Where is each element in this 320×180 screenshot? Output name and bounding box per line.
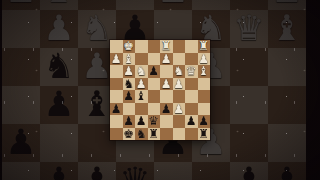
square-a2: ♟ [198,53,211,66]
square-b2 [185,53,198,66]
piece-bR-a8: ♜ [198,128,209,140]
square-a1: ♜ [198,40,211,53]
square-g1: ♚ [123,40,136,53]
piece-wP-d2: ♟ [161,53,172,65]
piece-wP-c4: ♟ [173,78,184,90]
square-a5 [198,90,211,103]
square-b7: ♟ [185,115,198,128]
square-d7 [160,115,173,128]
square-d8 [160,128,173,141]
square-g8: ♚ [123,128,136,141]
square-f7: ♟ [135,115,148,128]
square-b1 [185,40,198,53]
piece-bP-e3: ♟ [148,65,159,77]
square-h5 [110,90,123,103]
square-d1: ♜ [160,40,173,53]
piece-wP-h2: ♟ [111,53,122,65]
square-c6: ♟ [173,103,186,116]
square-f6 [135,103,148,116]
piece-bB-f5: ♝ [136,90,147,102]
piece-bN-f8: ♞ [136,128,147,140]
piece-bN-g4: ♞ [123,78,134,90]
square-c5 [173,90,186,103]
piece-bP-f7: ♟ [136,115,147,127]
square-e3: ♟ [148,65,161,78]
square-h2: ♟ [110,53,123,66]
square-g3: ♟ [123,65,136,78]
square-e4 [148,78,161,91]
piece-bP-g5: ♟ [123,90,134,102]
video-frame: ♚♜♜♟♝♟♟♟♞♟♞♛♝♞♟♟♟♟♝♟♟♟♟♟♛♟♟♚♞♜♜ ♚♜♜♟♝♟♟♟… [0,0,320,180]
square-d4: ♟ [160,78,173,91]
piece-wN-f3: ♞ [136,65,147,77]
square-e8: ♜ [148,128,161,141]
piece-wP-d4: ♟ [161,78,172,90]
square-h8 [110,128,123,141]
square-a4 [198,78,211,91]
square-a3: ♝ [198,65,211,78]
square-b5 [185,90,198,103]
piece-bP-b7: ♟ [186,115,197,127]
piece-wB-a3: ♝ [198,65,209,77]
square-d3 [160,65,173,78]
piece-wP-c6: ♟ [173,103,184,115]
square-f5: ♝ [135,90,148,103]
square-a7: ♟ [198,115,211,128]
square-g6 [123,103,136,116]
square-f3: ♞ [135,65,148,78]
piece-bP-a7: ♟ [198,115,209,127]
square-g2: ♝ [123,53,136,66]
square-a8: ♜ [198,128,211,141]
square-a6 [198,103,211,116]
square-f4: ♟ [135,78,148,91]
square-e2 [148,53,161,66]
square-c1 [173,40,186,53]
square-b3: ♛ [185,65,198,78]
square-c7 [173,115,186,128]
square-f1 [135,40,148,53]
square-g4: ♞ [123,78,136,91]
piece-bR-e8: ♜ [148,128,159,140]
square-b6 [185,103,198,116]
chess-board: ♚♜♜♟♝♟♟♟♞♟♞♛♝♞♟♟♟♟♝♟♟♟♟♟♛♟♟♚♞♜♜ [110,40,210,140]
square-d6: ♟ [160,103,173,116]
square-h1 [110,40,123,53]
square-f2 [135,53,148,66]
square-h4 [110,78,123,91]
piece-bP-d6: ♟ [161,103,172,115]
piece-wB-g2: ♝ [123,53,134,65]
square-h3 [110,65,123,78]
square-b8 [185,128,198,141]
square-b4 [185,78,198,91]
square-f8: ♞ [135,128,148,141]
piece-bQ-e7: ♛ [148,115,159,127]
piece-wN-c3: ♞ [173,65,184,77]
piece-wR-a1: ♜ [198,40,209,52]
piece-bP-h6: ♟ [111,103,122,115]
square-g7: ♟ [123,115,136,128]
square-d5 [160,90,173,103]
piece-wP-f4: ♟ [136,78,147,90]
square-h7 [110,115,123,128]
square-c8 [173,128,186,141]
square-h6: ♟ [110,103,123,116]
piece-wK-g1: ♚ [123,40,134,52]
piece-wR-d1: ♜ [161,40,172,52]
square-e1 [148,40,161,53]
piece-wP-a2: ♟ [198,53,209,65]
piece-wQ-b3: ♛ [186,65,197,77]
piece-bP-g7: ♟ [123,115,134,127]
square-e6 [148,103,161,116]
square-e7: ♛ [148,115,161,128]
square-g5: ♟ [123,90,136,103]
square-c3: ♞ [173,65,186,78]
square-d2: ♟ [160,53,173,66]
piece-wP-g3: ♟ [123,65,134,77]
square-c2 [173,53,186,66]
square-c4: ♟ [173,78,186,91]
piece-bK-g8: ♚ [123,128,134,140]
square-e5 [148,90,161,103]
